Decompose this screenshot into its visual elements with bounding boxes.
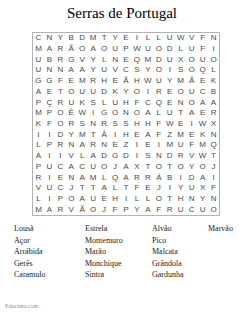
grid-cell: D: [153, 54, 164, 65]
grid-cell: R: [55, 54, 66, 65]
grid-cell: S: [142, 151, 153, 162]
grid-cell: Y: [88, 54, 99, 65]
grid-cell: O: [197, 161, 208, 172]
grid-cell: Y: [110, 33, 121, 44]
grid-cell: D: [164, 44, 175, 55]
grid-cell: U: [88, 87, 99, 98]
grid-cell: O: [88, 204, 99, 215]
word-column: AlvãoPicoMalcataGrândolaGardunha: [152, 223, 184, 281]
grid-cell: X: [131, 161, 142, 172]
grid-cell: U: [142, 44, 153, 55]
grid-cell: U: [33, 54, 44, 65]
grid-cell: Q: [153, 97, 164, 108]
grid-cell: O: [131, 108, 142, 119]
grid-cell: O: [99, 161, 110, 172]
grid-cell: A: [208, 97, 219, 108]
grid-cell: O: [77, 44, 88, 55]
grid-cell: Y: [175, 183, 186, 194]
grid-cell: O: [208, 54, 219, 65]
grid-cell: M: [88, 172, 99, 183]
grid-cell: A: [121, 172, 132, 183]
grid-cell: I: [88, 108, 99, 119]
grid-cell: Y: [66, 129, 77, 140]
grid-cell: W: [164, 119, 175, 130]
grid-cell: D: [77, 33, 88, 44]
grid-cell: U: [77, 87, 88, 98]
grid-cell: U: [88, 194, 99, 205]
grid-cell: P: [121, 204, 132, 215]
grid-cell: E: [164, 87, 175, 98]
grid-cell: R: [55, 204, 66, 215]
grid-cell: D: [164, 151, 175, 162]
grid-cell: Y: [88, 65, 99, 76]
grid-cell: T: [164, 161, 175, 172]
grid-cell: F: [153, 129, 164, 140]
grid-cell: U: [175, 140, 186, 151]
grid-cell: H: [175, 194, 186, 205]
word-item: Grândola: [152, 258, 184, 270]
grid-cell: I: [44, 151, 55, 162]
grid-cell: D: [121, 151, 132, 162]
grid-cell: Y: [164, 76, 175, 87]
grid-cell: P: [44, 140, 55, 151]
grid-cell: Á: [153, 172, 164, 183]
grid-cell: R: [55, 140, 66, 151]
grid-cell: E: [131, 129, 142, 140]
grid-cell: L: [99, 97, 110, 108]
grid-cell: O: [66, 87, 77, 98]
grid-cell: Q: [197, 65, 208, 76]
word-item: Gardunha: [152, 269, 184, 281]
grid-cell: S: [88, 97, 99, 108]
grid-cell: E: [121, 54, 132, 65]
grid-cell: D: [99, 87, 110, 98]
grid-cell: N: [44, 33, 55, 44]
grid-cell: W: [197, 151, 208, 162]
word-item: Alvão: [152, 223, 184, 235]
grid-cell: U: [186, 87, 197, 98]
grid-cell: H: [131, 119, 142, 130]
grid-cell: O: [110, 108, 121, 119]
grid-cell: O: [66, 194, 77, 205]
grid-cell: O: [153, 44, 164, 55]
grid-cell: S: [175, 65, 186, 76]
grid-cell: Q: [110, 172, 121, 183]
word-item: Estrela: [85, 223, 123, 235]
grid-cell: Ê: [66, 108, 77, 119]
grid-cell: B: [66, 33, 77, 44]
grid-cell: F: [153, 119, 164, 130]
grid-cell: Ç: [44, 97, 55, 108]
grid-cell: O: [208, 204, 219, 215]
grid-cell: E: [44, 87, 55, 98]
grid-cell: A: [44, 44, 55, 55]
grid-cell: V: [186, 33, 197, 44]
grid-cell: R: [33, 172, 44, 183]
grid-cell: M: [175, 129, 186, 140]
grid-cell: Z: [164, 129, 175, 140]
grid-cell: I: [208, 172, 219, 183]
grid-cell: V: [66, 204, 77, 215]
grid-cell: E: [110, 76, 121, 87]
grid-cell: N: [186, 194, 197, 205]
grid-cell: B: [164, 172, 175, 183]
grid-cell: M: [33, 44, 44, 55]
grid-cell: I: [175, 172, 186, 183]
grid-cell: R: [175, 151, 186, 162]
grid-cell: U: [164, 108, 175, 119]
grid-cell: N: [208, 194, 219, 205]
grid-cell: E: [197, 108, 208, 119]
grid-cell: E: [197, 76, 208, 87]
grid-cell: S: [77, 119, 88, 130]
grid-cell: A: [88, 44, 99, 55]
grid-cell: I: [55, 151, 66, 162]
grid-cell: I: [208, 44, 219, 55]
word-item: Malcata: [152, 246, 184, 258]
grid-cell: M: [164, 140, 175, 151]
grid-cell: H: [142, 119, 153, 130]
grid-cell: M: [33, 108, 44, 119]
grid-cell: E: [55, 172, 66, 183]
grid-cell: B: [44, 54, 55, 65]
grid-cell: I: [131, 140, 142, 151]
grid-cell: R: [208, 108, 219, 119]
grid-cell: V: [110, 65, 121, 76]
grid-cell: Y: [131, 204, 142, 215]
grid-cell: O: [153, 194, 164, 205]
grid-cell: R: [66, 119, 77, 130]
grid-cell: O: [186, 65, 197, 76]
grid-cell: E: [142, 183, 153, 194]
grid-cell: K: [33, 119, 44, 130]
grid-cell: L: [153, 108, 164, 119]
grid-cell: U: [175, 204, 186, 215]
grid-cell: S: [121, 119, 132, 130]
grid-cell: O: [153, 65, 164, 76]
grid-cell: M: [77, 129, 88, 140]
grid-cell: M: [175, 76, 186, 87]
grid-cell: I: [121, 194, 132, 205]
grid-cell: I: [131, 151, 142, 162]
grid-cell: L: [131, 194, 142, 205]
grid-cell: X: [208, 119, 219, 130]
grid-cell: L: [99, 172, 110, 183]
grid-cell: J: [208, 161, 219, 172]
grid-cell: H: [110, 194, 121, 205]
grid-cell: A: [33, 151, 44, 162]
word-item: Marvão: [208, 223, 233, 235]
grid-cell: F: [131, 183, 142, 194]
grid-cell: G: [44, 76, 55, 87]
grid-cell: I: [131, 33, 142, 44]
grid-cell: K: [208, 76, 219, 87]
grid-cell: Ã: [66, 44, 77, 55]
grid-cell: Y: [197, 194, 208, 205]
grid-cell: N: [66, 172, 77, 183]
grid-cell: R: [164, 204, 175, 215]
grid-cell: F: [55, 76, 66, 87]
grid-cell: A: [121, 161, 132, 172]
grid-cell: U: [99, 65, 110, 76]
grid-cell: U: [44, 161, 55, 172]
grid-cell: N: [88, 119, 99, 130]
grid-cell: E: [121, 33, 132, 44]
grid-cell: A: [186, 108, 197, 119]
grid-cell: W: [175, 33, 186, 44]
grid-cell: Ã: [77, 204, 88, 215]
grid-cell: M: [88, 33, 99, 44]
grid-cell: D: [186, 172, 197, 183]
word-item: Sintra: [85, 269, 123, 281]
grid-cell: I: [44, 194, 55, 205]
grid-cell: O: [99, 44, 110, 55]
grid-cell: P: [33, 97, 44, 108]
grid-cell: P: [33, 161, 44, 172]
grid-cell: N: [208, 33, 219, 44]
grid-cell: O: [186, 97, 197, 108]
grid-cell: N: [44, 65, 55, 76]
grid-cell: L: [175, 44, 186, 55]
grid-cell: F: [153, 204, 164, 215]
grid-cell: V: [66, 151, 77, 162]
grid-cell: Q: [131, 54, 142, 65]
grid-cell: L: [99, 54, 110, 65]
grid-cell: K: [197, 129, 208, 140]
grid-cell: U: [164, 54, 175, 65]
grid-cell: A: [142, 204, 153, 215]
grid-cell: S: [131, 65, 142, 76]
grid-cell: A: [197, 172, 208, 183]
grid-cell: A: [142, 129, 153, 140]
grid-cell: I: [44, 172, 55, 183]
word-item: Arrábida: [14, 246, 46, 258]
watermark: Educima.com: [5, 303, 38, 309]
grid-cell: H: [131, 76, 142, 87]
word-column: LousãAçorArrábidaGerêsCaramulo: [14, 223, 46, 281]
grid-cell: L: [142, 33, 153, 44]
grid-cell: C: [77, 161, 88, 172]
word-search-grid: CNYBDMTYEILLUWVFNMARÃOAOUPWUODLUFIUBRGVY…: [32, 32, 220, 216]
grid-cell: U: [153, 76, 164, 87]
grid-cell: I: [33, 129, 44, 140]
grid-cell: N: [208, 129, 219, 140]
word-column: Marvão: [208, 223, 233, 235]
grid-cell: W: [77, 108, 88, 119]
grid-cell: Y: [121, 87, 132, 98]
grid-cell: Ã: [186, 76, 197, 87]
grid-cell: R: [99, 119, 110, 130]
grid-cell: G: [33, 76, 44, 87]
grid-cell: R: [88, 76, 99, 87]
grid-cell: T: [77, 183, 88, 194]
grid-cell: O: [186, 54, 197, 65]
grid-cell: V: [186, 151, 197, 162]
grid-cell: O: [131, 87, 142, 98]
grid-cell: I: [44, 129, 55, 140]
grid-cell: A: [77, 194, 88, 205]
grid-cell: A: [44, 204, 55, 215]
grid-cell: N: [110, 54, 121, 65]
grid-cell: U: [66, 97, 77, 108]
grid-cell: I: [153, 140, 164, 151]
grid-cell: I: [186, 119, 197, 130]
grid-cell: R: [131, 172, 142, 183]
grid-cell: E: [110, 140, 121, 151]
grid-cell: P: [55, 194, 66, 205]
grid-cell: B: [208, 87, 219, 98]
grid-cell: E: [99, 194, 110, 205]
grid-cell: Â: [99, 129, 110, 140]
grid-cell: T: [208, 151, 219, 162]
grid-cell: L: [77, 151, 88, 162]
grid-cell: N: [55, 65, 66, 76]
grid-cell: V: [77, 54, 88, 65]
grid-cell: U: [164, 33, 175, 44]
grid-cell: E: [142, 140, 153, 151]
grid-cell: O: [153, 161, 164, 172]
grid-cell: T: [88, 129, 99, 140]
grid-cell: L: [33, 140, 44, 151]
grid-cell: W: [131, 44, 142, 55]
grid-cell: R: [88, 140, 99, 151]
grid-cell: F: [131, 97, 142, 108]
grid-cell: I: [164, 183, 175, 194]
grid-cell: W: [142, 76, 153, 87]
word-item: Caramulo: [14, 269, 46, 281]
grid-cell: I: [142, 87, 153, 98]
grid-cell: F: [208, 183, 219, 194]
grid-cell: N: [66, 140, 77, 151]
grid-cell: Y: [186, 161, 197, 172]
grid-cell: H: [99, 76, 110, 87]
grid-cell: U: [33, 65, 44, 76]
grid-cell: C: [55, 161, 66, 172]
grid-cell: A: [66, 161, 77, 172]
word-item: Marão: [85, 246, 123, 258]
word-item: Monchique: [85, 258, 123, 270]
grid-cell: A: [33, 87, 44, 98]
grid-cell: A: [77, 140, 88, 151]
grid-cell: T: [88, 183, 99, 194]
grid-cell: Y: [55, 33, 66, 44]
grid-cell: E: [164, 97, 175, 108]
grid-cell: M: [197, 140, 208, 151]
grid-cell: S: [110, 119, 121, 130]
grid-cell: U: [110, 97, 121, 108]
grid-cell: F: [197, 44, 208, 55]
grid-cell: G: [99, 108, 110, 119]
grid-cell: G: [66, 54, 77, 65]
grid-cell: N: [153, 151, 164, 162]
grid-cell: L: [208, 65, 219, 76]
grid-cell: T: [175, 108, 186, 119]
grid-cell: U: [197, 204, 208, 215]
grid-cell: J: [153, 183, 164, 194]
word-list: LousãAçorArrábidaGerêsCaramulo EstrelaMo…: [0, 223, 244, 285]
grid-cell: T: [121, 183, 132, 194]
grid-cell: T: [164, 194, 175, 205]
grid-cell: E: [66, 76, 77, 87]
grid-cell: G: [110, 151, 121, 162]
grid-cell: C: [55, 183, 66, 194]
word-column: EstrelaMontemuroMarãoMonchiqueSintra: [85, 223, 123, 281]
grid-cell: M: [77, 76, 88, 87]
grid-cell: R: [55, 97, 66, 108]
grid-cell: J: [99, 204, 110, 215]
word-item: Pico: [152, 235, 184, 247]
grid-cell: Y: [142, 65, 153, 76]
grid-cell: J: [66, 183, 77, 194]
grid-cell: K: [110, 87, 121, 98]
grid-cell: A: [77, 172, 88, 183]
grid-cell: E: [186, 129, 197, 140]
grid-cell: H: [121, 129, 132, 140]
grid-cell: I: [164, 65, 175, 76]
grid-cell: J: [110, 161, 121, 172]
grid-cell: O: [55, 108, 66, 119]
grid-cell: C: [197, 87, 208, 98]
grid-cell: M: [142, 54, 153, 65]
grid-cell: L: [153, 33, 164, 44]
grid-cell: T: [55, 87, 66, 98]
grid-cell: U: [88, 161, 99, 172]
grid-cell: Z: [121, 140, 132, 151]
grid-cell: W: [197, 119, 208, 130]
word-item: Montemuro: [85, 235, 123, 247]
grid-cell: A: [88, 151, 99, 162]
grid-cell: C: [33, 33, 44, 44]
grid-cell: L: [33, 194, 44, 205]
grid-cell: A: [142, 108, 153, 119]
grid-cell: T: [99, 33, 110, 44]
grid-cell: F: [186, 140, 197, 151]
grid-cell: C: [121, 65, 132, 76]
word-item: Gerês: [14, 258, 46, 270]
grid-cell: C: [142, 97, 153, 108]
grid-cell: N: [175, 97, 186, 108]
page-title: Serras de Portugal: [0, 5, 244, 22]
grid-cell: U: [186, 183, 197, 194]
grid-cell: A: [99, 183, 110, 194]
grid-cell: P: [121, 44, 132, 55]
grid-cell: X: [175, 54, 186, 65]
grid-cell: E: [175, 119, 186, 130]
grid-cell: A: [197, 97, 208, 108]
grid-cell: T: [142, 161, 153, 172]
grid-cell: V: [33, 183, 44, 194]
grid-cell: F: [44, 119, 55, 130]
grid-cell: D: [55, 129, 66, 140]
grid-cell: F: [110, 204, 121, 215]
grid-cell: A: [66, 65, 77, 76]
grid-cell: U: [44, 183, 55, 194]
grid-cell: R: [55, 44, 66, 55]
word-item: Açor: [14, 235, 46, 247]
grid-cell: I: [110, 129, 121, 140]
grid-cell: R: [142, 172, 153, 183]
grid-cell: U: [186, 44, 197, 55]
grid-cell: Ã: [121, 76, 132, 87]
grid-cell: K: [77, 97, 88, 108]
grid-cell: N: [99, 140, 110, 151]
grid-cell: D: [99, 151, 110, 162]
grid-cell: L: [142, 194, 153, 205]
grid-cell: R: [153, 87, 164, 98]
grid-cell: H: [121, 97, 132, 108]
grid-cell: O: [175, 87, 186, 98]
grid-cell: N: [121, 108, 132, 119]
